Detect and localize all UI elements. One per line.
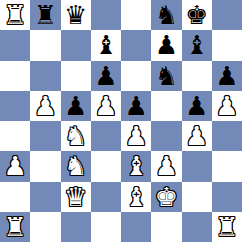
black-queen: ♛ <box>64 0 87 30</box>
square-h6[interactable]: ♟ <box>212 61 242 91</box>
square-h4[interactable] <box>212 121 242 151</box>
square-b2[interactable] <box>30 182 60 212</box>
square-d8[interactable] <box>91 0 121 30</box>
square-e7[interactable] <box>121 30 151 60</box>
square-h7[interactable] <box>212 30 242 60</box>
square-c1[interactable] <box>61 212 91 242</box>
square-a5[interactable] <box>0 91 30 121</box>
black-rook: ♜ <box>34 0 57 30</box>
white-pawn: ♟ <box>185 121 208 151</box>
square-g3[interactable] <box>182 151 212 181</box>
square-e2[interactable]: ♝ <box>121 182 151 212</box>
square-g5[interactable]: ♟ <box>182 91 212 121</box>
black-pawn: ♟ <box>215 61 238 91</box>
square-d1[interactable] <box>91 212 121 242</box>
square-d5[interactable]: ♟ <box>91 91 121 121</box>
black-bishop: ♝ <box>94 30 117 60</box>
white-knight: ♞ <box>64 121 87 151</box>
black-pawn: ♟ <box>124 91 147 121</box>
square-h2[interactable] <box>212 182 242 212</box>
square-d7[interactable]: ♝ <box>91 30 121 60</box>
square-b7[interactable] <box>30 30 60 60</box>
square-c2[interactable]: ♛ <box>61 182 91 212</box>
square-b1[interactable] <box>30 212 60 242</box>
white-queen: ♛ <box>64 182 87 212</box>
square-a6[interactable] <box>0 61 30 91</box>
square-g7[interactable]: ♝ <box>182 30 212 60</box>
white-king: ♚ <box>155 182 178 212</box>
white-knight: ♞ <box>64 151 87 181</box>
square-b3[interactable] <box>30 151 60 181</box>
square-a4[interactable] <box>0 121 30 151</box>
square-e4[interactable]: ♟ <box>121 121 151 151</box>
square-b5[interactable]: ♟ <box>30 91 60 121</box>
square-g6[interactable] <box>182 61 212 91</box>
square-b6[interactable] <box>30 61 60 91</box>
square-g1[interactable] <box>182 212 212 242</box>
square-c5[interactable]: ♟ <box>61 91 91 121</box>
square-f5[interactable] <box>151 91 181 121</box>
black-pawn: ♟ <box>155 30 178 60</box>
square-h5[interactable]: ♟ <box>212 91 242 121</box>
square-c6[interactable] <box>61 61 91 91</box>
square-e5[interactable]: ♟ <box>121 91 151 121</box>
square-c3[interactable]: ♞ <box>61 151 91 181</box>
square-g2[interactable] <box>182 182 212 212</box>
white-pawn: ♟ <box>155 151 178 181</box>
square-e1[interactable] <box>121 212 151 242</box>
square-g8[interactable]: ♚ <box>182 0 212 30</box>
white-rook: ♜ <box>3 212 26 242</box>
square-d3[interactable] <box>91 151 121 181</box>
square-f7[interactable]: ♟ <box>151 30 181 60</box>
white-pawn: ♟ <box>3 151 26 181</box>
square-f2[interactable]: ♚ <box>151 182 181 212</box>
white-bishop: ♝ <box>124 151 147 181</box>
square-f1[interactable] <box>151 212 181 242</box>
black-pawn: ♟ <box>185 91 208 121</box>
square-a8[interactable]: ♜ <box>0 0 30 30</box>
square-b8[interactable]: ♜ <box>30 0 60 30</box>
chess-board: ♜♜♛♞♚♝♟♝♟♞♟♟♟♟♟♟♟♞♟♟♟♞♝♟♛♝♚♜♜ <box>0 0 242 242</box>
square-f4[interactable] <box>151 121 181 151</box>
square-a1[interactable]: ♜ <box>0 212 30 242</box>
square-f3[interactable]: ♟ <box>151 151 181 181</box>
square-a2[interactable] <box>0 182 30 212</box>
square-e3[interactable]: ♝ <box>121 151 151 181</box>
white-pawn: ♟ <box>124 121 147 151</box>
square-d4[interactable] <box>91 121 121 151</box>
square-h1[interactable]: ♜ <box>212 212 242 242</box>
black-knight: ♞ <box>155 61 178 91</box>
square-c8[interactable]: ♛ <box>61 0 91 30</box>
white-pawn: ♟ <box>34 91 57 121</box>
square-c4[interactable]: ♞ <box>61 121 91 151</box>
square-f6[interactable]: ♞ <box>151 61 181 91</box>
white-pawn: ♟ <box>215 91 238 121</box>
white-rook: ♜ <box>3 0 26 30</box>
black-king: ♚ <box>185 0 208 30</box>
white-bishop: ♝ <box>124 182 147 212</box>
square-f8[interactable]: ♞ <box>151 0 181 30</box>
square-c7[interactable] <box>61 30 91 60</box>
square-d2[interactable] <box>91 182 121 212</box>
square-a3[interactable]: ♟ <box>0 151 30 181</box>
square-a7[interactable] <box>0 30 30 60</box>
square-e8[interactable] <box>121 0 151 30</box>
black-pawn: ♟ <box>94 61 117 91</box>
square-d6[interactable]: ♟ <box>91 61 121 91</box>
black-bishop: ♝ <box>185 30 208 60</box>
square-e6[interactable] <box>121 61 151 91</box>
white-pawn: ♟ <box>94 91 117 121</box>
square-b4[interactable] <box>30 121 60 151</box>
square-h8[interactable] <box>212 0 242 30</box>
black-pawn: ♟ <box>64 91 87 121</box>
square-g4[interactable]: ♟ <box>182 121 212 151</box>
square-h3[interactable] <box>212 151 242 181</box>
white-rook: ♜ <box>215 212 238 242</box>
black-knight: ♞ <box>155 0 178 30</box>
